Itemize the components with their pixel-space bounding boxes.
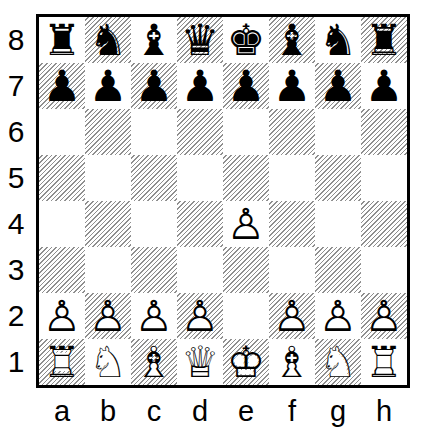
square-b7[interactable]: ♟ <box>85 63 131 109</box>
square-d1[interactable]: ♛♕ <box>177 339 223 385</box>
square-d3[interactable] <box>177 247 223 293</box>
rank-label-1: 1 <box>0 339 32 385</box>
square-e6[interactable] <box>223 109 269 155</box>
square-f7[interactable]: ♟ <box>269 63 315 109</box>
file-label-g: g <box>315 393 361 429</box>
file-label-b: b <box>85 393 131 429</box>
square-f6[interactable] <box>269 109 315 155</box>
square-b1[interactable]: ♞♘ <box>85 339 131 385</box>
square-a4[interactable] <box>39 201 85 247</box>
file-label-d: d <box>177 393 223 429</box>
black-rook[interactable]: ♜ <box>361 17 407 63</box>
square-e7[interactable]: ♟ <box>223 63 269 109</box>
black-pawn[interactable]: ♟ <box>131 63 177 109</box>
chess-board[interactable]: ♜♞♝♛♚♝♞♜♟♟♟♟♟♟♟♟♟♙♟♙♟♙♟♙♟♙♟♙♟♙♟♙♜♖♞♘♝♗♛♕… <box>36 14 410 388</box>
white-king[interactable]: ♔ <box>223 339 269 385</box>
rank-label-7: 7 <box>0 63 32 109</box>
square-e5[interactable] <box>223 155 269 201</box>
square-g7[interactable]: ♟ <box>315 63 361 109</box>
file-label-e: e <box>223 393 269 429</box>
square-d6[interactable] <box>177 109 223 155</box>
white-pawn[interactable]: ♙ <box>315 293 361 339</box>
square-f4[interactable] <box>269 201 315 247</box>
chess-diagram: 87654321 ♜♞♝♛♚♝♞♜♟♟♟♟♟♟♟♟♟♙♟♙♟♙♟♙♟♙♟♙♟♙♟… <box>0 0 429 430</box>
white-pawn[interactable]: ♙ <box>269 293 315 339</box>
square-c7[interactable]: ♟ <box>131 63 177 109</box>
square-b8[interactable]: ♞ <box>85 17 131 63</box>
square-e3[interactable] <box>223 247 269 293</box>
square-b2[interactable]: ♟♙ <box>85 293 131 339</box>
square-a1[interactable]: ♜♖ <box>39 339 85 385</box>
square-a8[interactable]: ♜ <box>39 17 85 63</box>
rank-label-4: 4 <box>0 201 32 247</box>
square-e1[interactable]: ♚♔ <box>223 339 269 385</box>
square-c8[interactable]: ♝ <box>131 17 177 63</box>
black-pawn[interactable]: ♟ <box>85 63 131 109</box>
rank-labels: 87654321 <box>0 17 32 385</box>
square-e2[interactable] <box>223 293 269 339</box>
square-c4[interactable] <box>131 201 177 247</box>
file-label-h: h <box>361 393 407 429</box>
black-king[interactable]: ♚ <box>223 17 269 63</box>
square-b4[interactable] <box>85 201 131 247</box>
white-pawn[interactable]: ♙ <box>177 293 223 339</box>
white-bishop[interactable]: ♗ <box>131 339 177 385</box>
square-h3[interactable] <box>361 247 407 293</box>
square-a6[interactable] <box>39 109 85 155</box>
black-pawn[interactable]: ♟ <box>361 63 407 109</box>
square-e8[interactable]: ♚ <box>223 17 269 63</box>
white-pawn[interactable]: ♙ <box>39 293 85 339</box>
square-f2[interactable]: ♟♙ <box>269 293 315 339</box>
square-c3[interactable] <box>131 247 177 293</box>
square-f8[interactable]: ♝ <box>269 17 315 63</box>
square-g2[interactable]: ♟♙ <box>315 293 361 339</box>
square-h7[interactable]: ♟ <box>361 63 407 109</box>
rank-label-2: 2 <box>0 293 32 339</box>
white-pawn[interactable]: ♙ <box>131 293 177 339</box>
square-a3[interactable] <box>39 247 85 293</box>
white-bishop[interactable]: ♗ <box>269 339 315 385</box>
square-c1[interactable]: ♝♗ <box>131 339 177 385</box>
square-f5[interactable] <box>269 155 315 201</box>
white-queen[interactable]: ♕ <box>177 339 223 385</box>
black-pawn[interactable]: ♟ <box>269 63 315 109</box>
square-d7[interactable]: ♟ <box>177 63 223 109</box>
white-knight[interactable]: ♘ <box>85 339 131 385</box>
black-pawn[interactable]: ♟ <box>315 63 361 109</box>
square-g6[interactable] <box>315 109 361 155</box>
black-pawn[interactable]: ♟ <box>177 63 223 109</box>
square-g5[interactable] <box>315 155 361 201</box>
file-label-f: f <box>269 393 315 429</box>
square-e4[interactable]: ♟♙ <box>223 201 269 247</box>
black-rook[interactable]: ♜ <box>39 17 85 63</box>
black-pawn[interactable]: ♟ <box>223 63 269 109</box>
black-knight[interactable]: ♞ <box>85 17 131 63</box>
white-pawn[interactable]: ♙ <box>361 293 407 339</box>
black-bishop[interactable]: ♝ <box>269 17 315 63</box>
square-g1[interactable]: ♞♘ <box>315 339 361 385</box>
square-g4[interactable] <box>315 201 361 247</box>
black-knight[interactable]: ♞ <box>315 17 361 63</box>
square-a7[interactable]: ♟ <box>39 63 85 109</box>
square-h2[interactable]: ♟♙ <box>361 293 407 339</box>
square-c5[interactable] <box>131 155 177 201</box>
square-b6[interactable] <box>85 109 131 155</box>
rank-label-8: 8 <box>0 17 32 63</box>
square-h8[interactable]: ♜ <box>361 17 407 63</box>
file-labels: abcdefgh <box>39 393 407 429</box>
file-label-c: c <box>131 393 177 429</box>
square-a5[interactable] <box>39 155 85 201</box>
rank-label-5: 5 <box>0 155 32 201</box>
square-c2[interactable]: ♟♙ <box>131 293 177 339</box>
rank-label-3: 3 <box>0 247 32 293</box>
square-b3[interactable] <box>85 247 131 293</box>
square-d5[interactable] <box>177 155 223 201</box>
square-b5[interactable] <box>85 155 131 201</box>
white-knight[interactable]: ♘ <box>315 339 361 385</box>
white-rook[interactable]: ♖ <box>39 339 85 385</box>
black-pawn[interactable]: ♟ <box>39 63 85 109</box>
square-h6[interactable] <box>361 109 407 155</box>
black-queen[interactable]: ♛ <box>177 17 223 63</box>
square-a2[interactable]: ♟♙ <box>39 293 85 339</box>
square-h5[interactable] <box>361 155 407 201</box>
square-h1[interactable]: ♜♖ <box>361 339 407 385</box>
white-pawn[interactable]: ♙ <box>223 201 269 247</box>
square-c6[interactable] <box>131 109 177 155</box>
white-rook[interactable]: ♖ <box>361 339 407 385</box>
square-g3[interactable] <box>315 247 361 293</box>
black-bishop[interactable]: ♝ <box>131 17 177 63</box>
rank-label-6: 6 <box>0 109 32 155</box>
file-label-a: a <box>39 393 85 429</box>
square-f1[interactable]: ♝♗ <box>269 339 315 385</box>
square-h4[interactable] <box>361 201 407 247</box>
square-d2[interactable]: ♟♙ <box>177 293 223 339</box>
square-g8[interactable]: ♞ <box>315 17 361 63</box>
white-pawn[interactable]: ♙ <box>85 293 131 339</box>
square-d4[interactable] <box>177 201 223 247</box>
square-f3[interactable] <box>269 247 315 293</box>
square-d8[interactable]: ♛ <box>177 17 223 63</box>
